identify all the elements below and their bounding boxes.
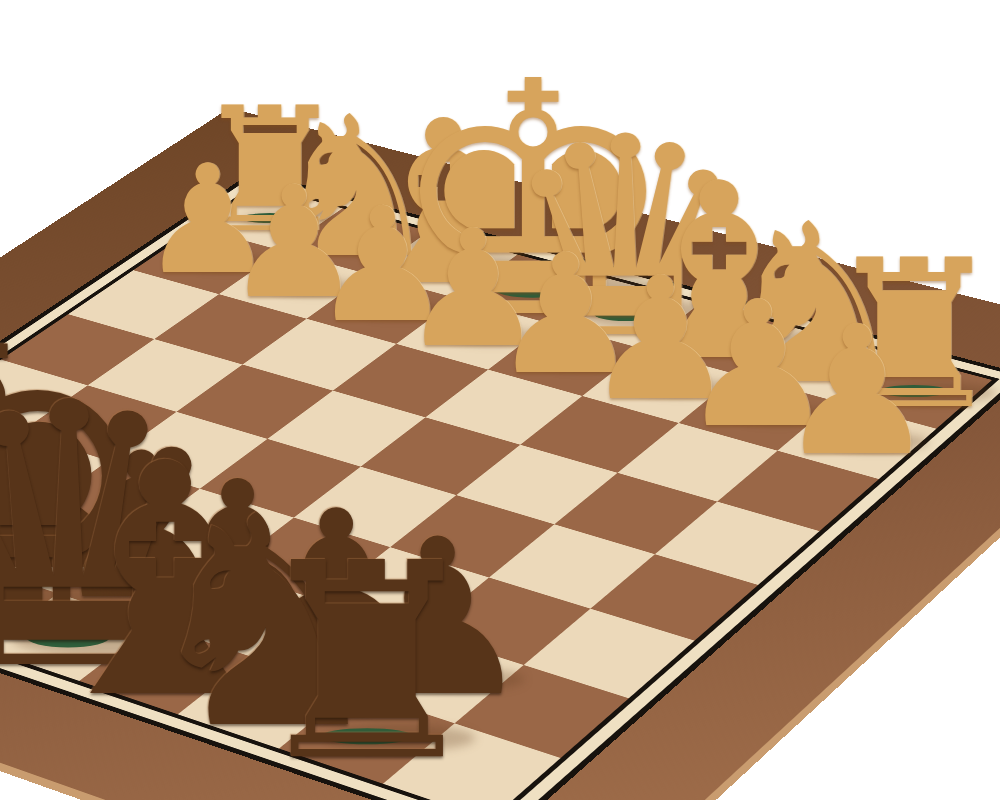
chess-set-product-photo: ♜♞♟♝♟♚♟♛♟♝♟♞♟♜♟♟♟♟♟♚♟♛♟♝♟♞♜: [0, 0, 1000, 800]
